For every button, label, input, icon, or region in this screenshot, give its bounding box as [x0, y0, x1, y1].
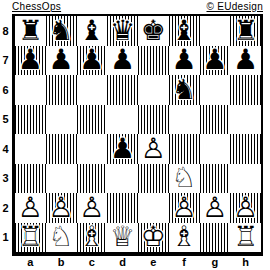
rank-label-4: 4 — [0, 134, 11, 164]
square-d7: ♟ — [107, 46, 138, 76]
piece-underlay: ♞ — [169, 164, 200, 194]
square-d8: ♛ — [107, 16, 138, 46]
square-g3 — [200, 164, 231, 194]
piece-white-pawn-c2: ♙ — [77, 193, 108, 223]
file-label-h: h — [230, 256, 261, 269]
piece-underlay: ♟ — [15, 193, 46, 223]
square-d2 — [107, 193, 138, 223]
chess-board: ♜♞♝♛♚♝♜♟♟♟♟♟♟♟♞♟♟♙♞♘♟♙♟♙♟♙♟♙♟♙♟♙♜♖♞♘♝♗♛♕… — [12, 14, 263, 256]
rank-label-3: 3 — [0, 164, 11, 194]
piece-black-pawn-d4: ♟ — [107, 134, 138, 164]
square-c3 — [77, 164, 108, 194]
file-label-e: e — [138, 256, 169, 269]
piece-underlay: ♟ — [230, 193, 261, 223]
square-b7: ♟ — [46, 46, 77, 76]
piece-black-pawn-f7: ♟ — [169, 46, 200, 76]
piece-white-pawn-f2: ♙ — [169, 193, 200, 223]
square-e7 — [138, 46, 169, 76]
credit-link[interactable]: © EUdesign — [206, 1, 263, 12]
piece-black-knight-f6: ♞ — [169, 75, 200, 105]
square-e3 — [138, 164, 169, 194]
square-e1: ♚♔ — [138, 223, 169, 253]
piece-white-king-e1: ♔ — [138, 223, 169, 253]
piece-black-pawn-a7: ♟ — [15, 46, 46, 76]
square-h8: ♜ — [230, 16, 261, 46]
piece-white-knight-b1: ♘ — [46, 223, 77, 253]
file-label-d: d — [107, 256, 138, 269]
square-c1: ♝♗ — [77, 223, 108, 253]
piece-white-pawn-h2: ♙ — [230, 193, 261, 223]
square-d1: ♛♕ — [107, 223, 138, 253]
square-c8: ♝ — [77, 16, 108, 46]
piece-black-pawn-d7: ♟ — [107, 46, 138, 76]
square-a8: ♜ — [15, 16, 46, 46]
file-label-g: g — [200, 256, 231, 269]
piece-underlay: ♟ — [138, 134, 169, 164]
square-h7: ♟ — [230, 46, 261, 76]
square-g8 — [200, 16, 231, 46]
piece-white-pawn-e4: ♙ — [138, 134, 169, 164]
piece-white-rook-a1: ♖ — [15, 223, 46, 253]
square-h6 — [230, 75, 261, 105]
square-g7: ♟ — [200, 46, 231, 76]
square-a1: ♜♖ — [15, 223, 46, 253]
piece-black-pawn-b7: ♟ — [46, 46, 77, 76]
square-g2: ♟♙ — [200, 193, 231, 223]
square-c7: ♟ — [77, 46, 108, 76]
square-c6 — [77, 75, 108, 105]
square-h3 — [230, 164, 261, 194]
piece-white-bishop-f1: ♗ — [169, 223, 200, 253]
square-f4 — [169, 134, 200, 164]
square-c5 — [77, 105, 108, 135]
square-b8: ♞ — [46, 16, 77, 46]
square-f1: ♝♗ — [169, 223, 200, 253]
piece-black-pawn-g7: ♟ — [200, 46, 231, 76]
square-b6 — [46, 75, 77, 105]
square-g5 — [200, 105, 231, 135]
piece-underlay: ♞ — [46, 223, 77, 253]
square-b4 — [46, 134, 77, 164]
rank-label-7: 7 — [0, 46, 11, 76]
square-f2: ♟♙ — [169, 193, 200, 223]
piece-black-pawn-c7: ♟ — [77, 46, 108, 76]
square-d6 — [107, 75, 138, 105]
square-h5 — [230, 105, 261, 135]
square-g4 — [200, 134, 231, 164]
square-e5 — [138, 105, 169, 135]
piece-black-bishop-f8: ♝ — [169, 16, 200, 46]
square-h4 — [230, 134, 261, 164]
square-e6 — [138, 75, 169, 105]
file-label-b: b — [46, 256, 77, 269]
piece-black-bishop-c8: ♝ — [77, 16, 108, 46]
rank-label-8: 8 — [0, 16, 11, 46]
square-h1: ♜♖ — [230, 223, 261, 253]
square-e2 — [138, 193, 169, 223]
piece-underlay: ♜ — [15, 223, 46, 253]
piece-underlay: ♟ — [46, 193, 77, 223]
piece-underlay: ♚ — [138, 223, 169, 253]
square-f6: ♞ — [169, 75, 200, 105]
square-e8: ♚ — [138, 16, 169, 46]
piece-black-rook-h8: ♜ — [230, 16, 261, 46]
square-f3: ♞♘ — [169, 164, 200, 194]
square-e4: ♟♙ — [138, 134, 169, 164]
piece-white-pawn-b2: ♙ — [46, 193, 77, 223]
file-labels: abcdefgh — [15, 256, 261, 269]
rank-label-5: 5 — [0, 105, 11, 135]
square-a6 — [15, 75, 46, 105]
square-b2: ♟♙ — [46, 193, 77, 223]
piece-white-rook-h1: ♖ — [230, 223, 261, 253]
file-label-f: f — [169, 256, 200, 269]
piece-black-pawn-h7: ♟ — [230, 46, 261, 76]
piece-underlay: ♜ — [230, 223, 261, 253]
square-d5 — [107, 105, 138, 135]
square-f8: ♝ — [169, 16, 200, 46]
square-h2: ♟♙ — [230, 193, 261, 223]
square-f5 — [169, 105, 200, 135]
square-b1: ♞♘ — [46, 223, 77, 253]
piece-white-pawn-g2: ♙ — [200, 193, 231, 223]
piece-white-knight-f3: ♘ — [169, 164, 200, 194]
piece-underlay: ♟ — [169, 193, 200, 223]
rank-label-2: 2 — [0, 193, 11, 223]
square-f7: ♟ — [169, 46, 200, 76]
app-title-link[interactable]: ChessOps — [12, 1, 61, 12]
square-c4 — [77, 134, 108, 164]
piece-underlay: ♝ — [169, 223, 200, 253]
piece-underlay: ♛ — [107, 223, 138, 253]
piece-underlay: ♟ — [200, 193, 231, 223]
piece-black-king-e8: ♚ — [138, 16, 169, 46]
square-a3 — [15, 164, 46, 194]
square-c2: ♟♙ — [77, 193, 108, 223]
square-g1 — [200, 223, 231, 253]
rank-labels: 87654321 — [0, 16, 11, 252]
square-g6 — [200, 75, 231, 105]
square-a7: ♟ — [15, 46, 46, 76]
square-d4: ♟ — [107, 134, 138, 164]
piece-black-knight-b8: ♞ — [46, 16, 77, 46]
piece-white-pawn-a2: ♙ — [15, 193, 46, 223]
rank-label-6: 6 — [0, 75, 11, 105]
file-label-a: a — [15, 256, 46, 269]
piece-white-queen-d1: ♕ — [107, 223, 138, 253]
square-b5 — [46, 105, 77, 135]
square-b3 — [46, 164, 77, 194]
piece-black-queen-d8: ♛ — [107, 16, 138, 46]
rank-label-1: 1 — [0, 223, 11, 253]
file-label-c: c — [77, 256, 108, 269]
piece-underlay: ♟ — [77, 193, 108, 223]
square-a5 — [15, 105, 46, 135]
piece-underlay: ♝ — [77, 223, 108, 253]
square-a2: ♟♙ — [15, 193, 46, 223]
piece-white-bishop-c1: ♗ — [77, 223, 108, 253]
piece-black-rook-a8: ♜ — [15, 16, 46, 46]
square-d3 — [107, 164, 138, 194]
square-a4 — [15, 134, 46, 164]
